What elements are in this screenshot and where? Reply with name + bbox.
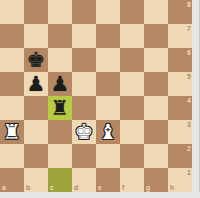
- square-b3[interactable]: [24, 120, 48, 144]
- square-c8[interactable]: [48, 0, 72, 24]
- square-e3[interactable]: ♝: [96, 120, 120, 144]
- black-pawn[interactable]: ♟: [24, 72, 48, 96]
- square-g6[interactable]: [144, 48, 168, 72]
- square-b8[interactable]: [24, 0, 48, 24]
- square-f8[interactable]: [120, 0, 144, 24]
- white-bishop[interactable]: ♝: [96, 120, 120, 144]
- square-h1[interactable]: 1h: [168, 168, 192, 192]
- file-label-d: d: [74, 184, 78, 191]
- black-rook[interactable]: ♜: [48, 96, 72, 120]
- square-d1[interactable]: d: [72, 168, 96, 192]
- square-e1[interactable]: e: [96, 168, 120, 192]
- square-h8[interactable]: 8: [168, 0, 192, 24]
- square-g1[interactable]: g: [144, 168, 168, 192]
- square-g8[interactable]: [144, 0, 168, 24]
- file-label-h: h: [170, 184, 174, 191]
- square-e6[interactable]: [96, 48, 120, 72]
- square-d5[interactable]: [72, 72, 96, 96]
- square-g3[interactable]: [144, 120, 168, 144]
- square-f4[interactable]: [120, 96, 144, 120]
- rank-label-8: 8: [187, 1, 191, 8]
- window-gutter-right: [192, 0, 200, 198]
- square-c4[interactable]: ♜: [48, 96, 72, 120]
- rank-label-4: 4: [187, 97, 191, 104]
- square-h4[interactable]: 4: [168, 96, 192, 120]
- square-g7[interactable]: [144, 24, 168, 48]
- square-c5[interactable]: ♟: [48, 72, 72, 96]
- square-a8[interactable]: [0, 0, 24, 24]
- window-gutter-bottom: [0, 192, 200, 198]
- rank-label-7: 7: [187, 25, 191, 32]
- square-d3[interactable]: ♚: [72, 120, 96, 144]
- rank-label-5: 5: [187, 73, 191, 80]
- square-d6[interactable]: [72, 48, 96, 72]
- square-b7[interactable]: [24, 24, 48, 48]
- rank-label-3: 3: [187, 121, 191, 128]
- square-a5[interactable]: [0, 72, 24, 96]
- file-label-f: f: [122, 184, 124, 191]
- square-c6[interactable]: [48, 48, 72, 72]
- rank-label-1: 1: [187, 169, 191, 176]
- white-rook[interactable]: ♜: [0, 120, 24, 144]
- square-c3[interactable]: [48, 120, 72, 144]
- square-f7[interactable]: [120, 24, 144, 48]
- square-b4[interactable]: [24, 96, 48, 120]
- square-a3[interactable]: ♜: [0, 120, 24, 144]
- square-h5[interactable]: 5: [168, 72, 192, 96]
- square-d4[interactable]: [72, 96, 96, 120]
- square-f3[interactable]: [120, 120, 144, 144]
- rank-label-2: 2: [187, 145, 191, 152]
- file-label-b: b: [26, 184, 30, 191]
- square-b6[interactable]: ♚: [24, 48, 48, 72]
- square-a2[interactable]: [0, 144, 24, 168]
- black-king[interactable]: ♚: [24, 48, 48, 72]
- square-f6[interactable]: [120, 48, 144, 72]
- square-f1[interactable]: f: [120, 168, 144, 192]
- square-g5[interactable]: [144, 72, 168, 96]
- square-e2[interactable]: [96, 144, 120, 168]
- square-f2[interactable]: [120, 144, 144, 168]
- black-pawn[interactable]: ♟: [48, 72, 72, 96]
- square-d8[interactable]: [72, 0, 96, 24]
- square-d7[interactable]: [72, 24, 96, 48]
- square-b1[interactable]: b: [24, 168, 48, 192]
- square-c7[interactable]: [48, 24, 72, 48]
- file-label-a: a: [2, 184, 6, 191]
- square-h2[interactable]: 2: [168, 144, 192, 168]
- file-label-g: g: [146, 184, 150, 191]
- chess-app-window: 87♚6♟♟5♜4♜♚♝32abcdefg1h: [0, 0, 200, 198]
- file-label-c: c: [50, 184, 54, 191]
- square-h6[interactable]: 6: [168, 48, 192, 72]
- file-label-e: e: [98, 184, 102, 191]
- square-h3[interactable]: 3: [168, 120, 192, 144]
- square-a1[interactable]: a: [0, 168, 24, 192]
- square-e7[interactable]: [96, 24, 120, 48]
- square-e4[interactable]: [96, 96, 120, 120]
- square-a6[interactable]: [0, 48, 24, 72]
- square-b5[interactable]: ♟: [24, 72, 48, 96]
- square-d2[interactable]: [72, 144, 96, 168]
- square-c2[interactable]: [48, 144, 72, 168]
- square-h7[interactable]: 7: [168, 24, 192, 48]
- square-e5[interactable]: [96, 72, 120, 96]
- rank-label-6: 6: [187, 49, 191, 56]
- white-king[interactable]: ♚: [72, 120, 96, 144]
- square-g4[interactable]: [144, 96, 168, 120]
- square-c1[interactable]: c: [48, 168, 72, 192]
- chess-board[interactable]: 87♚6♟♟5♜4♜♚♝32abcdefg1h: [0, 0, 192, 192]
- square-a4[interactable]: [0, 96, 24, 120]
- square-a7[interactable]: [0, 24, 24, 48]
- square-b2[interactable]: [24, 144, 48, 168]
- square-g2[interactable]: [144, 144, 168, 168]
- square-f5[interactable]: [120, 72, 144, 96]
- square-e8[interactable]: [96, 0, 120, 24]
